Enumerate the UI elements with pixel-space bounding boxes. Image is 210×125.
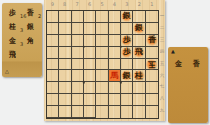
square-4-1[interactable]: [109, 11, 121, 23]
piece-glyph: 香: [193, 61, 200, 68]
piece-glyph: 馬: [110, 72, 118, 80]
hand-piece-桂[interactable]: 桂: [7, 22, 18, 33]
rank-label-二: 二: [159, 23, 164, 34]
hand-piece-角[interactable]: 角: [25, 36, 36, 47]
rank-label-三: 三: [159, 34, 164, 45]
piece-glyph: 桂: [9, 24, 16, 31]
hand-piece-香[interactable]: 香: [191, 59, 202, 70]
rank-label-九: 九: [159, 106, 164, 117]
gote-piece-stand: 歩16香2桂3銀金3角飛 △: [2, 3, 42, 77]
shogi-app: 歩16香2桂3銀金3角飛 △ 987654321 一二三四五六七八九 銀銀歩香歩…: [0, 0, 210, 125]
hand-piece-金[interactable]: 金: [173, 59, 184, 70]
square-5-5[interactable]: [96, 59, 108, 71]
hand-cell-香: 香2: [22, 7, 40, 20]
square-3-7[interactable]: [121, 82, 133, 94]
file-label-5: 5: [96, 1, 108, 8]
square-6-4[interactable]: [84, 47, 96, 59]
square-6-2[interactable]: [84, 23, 96, 35]
square-6-5[interactable]: [84, 59, 96, 71]
square-2-9[interactable]: [133, 106, 145, 118]
square-1-8[interactable]: [146, 94, 158, 106]
file-label-2: 2: [133, 1, 145, 8]
square-5-9[interactable]: [96, 106, 108, 118]
square-6-7[interactable]: [84, 82, 96, 94]
hand-count: 2: [38, 14, 41, 19]
piece-sente-飛-2四[interactable]: 飛: [133, 47, 144, 58]
square-3-8[interactable]: [121, 94, 133, 106]
rank-labels: 一二三四五六七八九: [159, 10, 165, 117]
square-3-6[interactable]: 銀: [121, 70, 133, 82]
square-4-9[interactable]: [109, 106, 121, 118]
square-9-3[interactable]: [47, 35, 59, 47]
square-9-4[interactable]: [47, 47, 59, 59]
square-2-5[interactable]: [133, 59, 145, 71]
sente-hand-grid: 金香: [170, 58, 206, 71]
piece-glyph: 銀: [123, 72, 131, 80]
hand-cell-歩: 歩16: [4, 7, 22, 20]
piece-glyph: 銀: [123, 12, 131, 20]
square-2-1[interactable]: [133, 11, 145, 23]
square-5-6[interactable]: [96, 70, 108, 82]
hand-piece-歩[interactable]: 歩: [7, 8, 18, 19]
hand-piece-飛[interactable]: 飛: [7, 50, 18, 61]
piece-glyph: 歩: [123, 48, 131, 56]
square-8-4[interactable]: [59, 47, 71, 59]
square-8-7[interactable]: [59, 82, 71, 94]
hand-piece-金[interactable]: 金: [7, 36, 18, 47]
sente-indicator-icon: ▲: [171, 49, 175, 54]
piece-glyph: 歩: [123, 36, 131, 44]
file-label-1: 1: [146, 1, 158, 8]
gote-hand-grid: 歩16香2桂3銀金3角飛: [4, 7, 40, 62]
hand-cell-金: 金3: [4, 35, 22, 48]
rank-label-五: 五: [159, 58, 164, 69]
piece-glyph: 金: [175, 61, 182, 68]
square-9-8[interactable]: [47, 94, 59, 106]
piece-glyph: 飛: [135, 48, 143, 56]
piece-sente-歩-3三[interactable]: 歩: [121, 35, 132, 46]
square-2-4[interactable]: 飛: [133, 47, 145, 59]
square-3-4[interactable]: 歩: [121, 47, 133, 59]
square-9-5[interactable]: [47, 59, 59, 71]
piece-glyph: 香: [148, 36, 156, 44]
piece-sente-銀-2二[interactable]: 銀: [133, 23, 144, 34]
square-7-8[interactable]: [72, 94, 84, 106]
piece-glyph: 桂: [135, 72, 143, 80]
piece-glyph: 金: [9, 38, 16, 45]
square-4-8[interactable]: [109, 94, 121, 106]
square-6-3[interactable]: [84, 35, 96, 47]
square-5-3[interactable]: [96, 35, 108, 47]
rank-label-八: 八: [159, 94, 164, 105]
square-6-6[interactable]: [84, 70, 96, 82]
square-6-8[interactable]: [84, 94, 96, 106]
hand-cell-桂: 桂3: [4, 21, 22, 34]
square-1-3[interactable]: 香: [146, 35, 158, 47]
hand-cell-銀: 銀: [22, 21, 40, 34]
sente-piece-stand: ▲ 金香: [168, 47, 208, 123]
piece-glyph: 玉: [148, 60, 156, 68]
piece-sente-桂-2六[interactable]: 桂: [133, 70, 144, 81]
piece-gote-玉-1五[interactable]: 玉: [146, 59, 158, 70]
square-8-6[interactable]: [59, 70, 71, 82]
square-7-9[interactable]: [72, 106, 84, 118]
piece-sente-香-1三[interactable]: 香: [146, 35, 158, 46]
square-1-9[interactable]: [146, 106, 158, 118]
hand-piece-香[interactable]: 香: [25, 8, 36, 19]
square-2-7[interactable]: [133, 82, 145, 94]
piece-glyph: 銀: [135, 24, 143, 32]
square-8-5[interactable]: [59, 59, 71, 71]
square-8-8[interactable]: [59, 94, 71, 106]
file-label-8: 8: [58, 1, 70, 8]
file-label-6: 6: [83, 1, 95, 8]
square-1-2[interactable]: [146, 23, 158, 35]
gote-indicator-icon: △: [5, 69, 9, 74]
square-8-2[interactable]: [59, 23, 71, 35]
square-5-7[interactable]: [96, 82, 108, 94]
piece-sente-歩-3四[interactable]: 歩: [121, 47, 132, 58]
square-4-5[interactable]: [109, 59, 121, 71]
file-label-4: 4: [108, 1, 120, 8]
square-3-5[interactable]: [121, 59, 133, 71]
file-label-3: 3: [121, 1, 133, 8]
square-4-4[interactable]: [109, 47, 121, 59]
file-label-9: 9: [46, 1, 58, 8]
square-7-1[interactable]: [72, 11, 84, 23]
square-3-1[interactable]: 銀: [121, 11, 133, 23]
rank-label-一: 一: [159, 11, 164, 22]
square-5-2[interactable]: [96, 23, 108, 35]
square-3-3[interactable]: 歩: [121, 35, 133, 47]
rank-label-七: 七: [159, 82, 164, 93]
square-8-3[interactable]: [59, 35, 71, 47]
piece-sente-銀-3六[interactable]: 銀: [121, 70, 132, 81]
shogi-board: 987654321 一二三四五六七八九 銀銀歩香歩飛玉馬銀桂: [44, 0, 165, 121]
square-7-2[interactable]: [72, 23, 84, 35]
hand-cell-金: 金: [170, 58, 188, 71]
piece-glyph: 銀: [27, 24, 34, 31]
square-2-2[interactable]: 銀: [133, 23, 145, 35]
square-3-9[interactable]: [121, 106, 133, 118]
square-1-4[interactable]: [146, 47, 158, 59]
square-5-4[interactable]: [96, 47, 108, 59]
hand-cell-飛: 飛: [4, 49, 22, 62]
hand-piece-銀[interactable]: 銀: [25, 22, 36, 33]
file-labels: 987654321: [46, 1, 158, 8]
square-1-7[interactable]: [146, 82, 158, 94]
square-8-9[interactable]: [59, 106, 71, 118]
square-4-2[interactable]: [109, 23, 121, 35]
rank-label-四: 四: [159, 46, 164, 57]
square-9-7[interactable]: [47, 82, 59, 94]
square-9-6[interactable]: [47, 70, 59, 82]
file-label-7: 7: [71, 1, 83, 8]
square-7-4[interactable]: [72, 47, 84, 59]
piece-glyph: 飛: [9, 52, 16, 59]
square-5-8[interactable]: [96, 94, 108, 106]
square-9-1[interactable]: [47, 11, 59, 23]
square-4-7[interactable]: [109, 82, 121, 94]
piece-sente-馬-4六[interactable]: 馬: [109, 70, 120, 81]
square-7-7[interactable]: [72, 82, 84, 94]
square-6-1[interactable]: [84, 11, 96, 23]
square-9-9[interactable]: [47, 106, 59, 118]
hand-cell-角: 角: [22, 35, 40, 48]
square-7-5[interactable]: [72, 59, 84, 71]
piece-glyph: 角: [27, 38, 34, 45]
piece-glyph: 歩: [9, 10, 16, 17]
square-8-1[interactable]: [59, 11, 71, 23]
square-1-6[interactable]: [146, 70, 158, 82]
square-5-1[interactable]: [96, 11, 108, 23]
rank-label-六: 六: [159, 70, 164, 81]
hand-cell-香: 香: [188, 58, 206, 71]
square-1-5[interactable]: 玉: [146, 59, 158, 71]
square-9-2[interactable]: [47, 23, 59, 35]
square-2-8[interactable]: [133, 94, 145, 106]
piece-sente-銀-3一[interactable]: 銀: [121, 11, 132, 22]
square-1-1[interactable]: [146, 11, 158, 23]
square-2-6[interactable]: 桂: [133, 70, 145, 82]
square-2-3[interactable]: [133, 35, 145, 47]
board-grid: 銀銀歩香歩飛玉馬銀桂: [46, 10, 159, 119]
piece-glyph: 香: [27, 10, 34, 17]
square-6-9[interactable]: [84, 106, 96, 118]
square-3-2[interactable]: [121, 23, 133, 35]
